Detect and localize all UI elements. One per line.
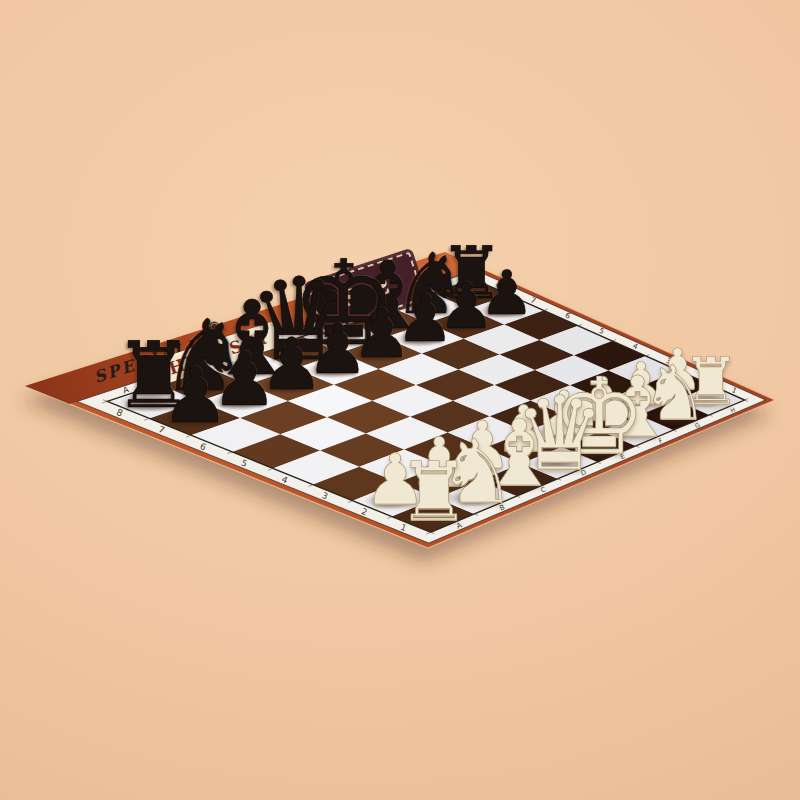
badge-emblem-divider: ◆ xyxy=(362,288,370,297)
badge-emblem-left: S xyxy=(340,284,362,310)
chessboard-mat: AABBCCDDEEFFGGHH1122334455667788 xyxy=(0,0,800,800)
scene: AABBCCDDEEFFGGHH1122334455667788 ♚ SPECI… xyxy=(0,0,800,800)
badge-emblem-right: S xyxy=(370,275,392,301)
